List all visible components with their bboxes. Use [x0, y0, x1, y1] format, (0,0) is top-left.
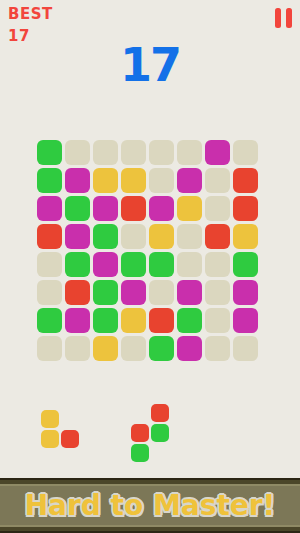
piece-2-empty-slot — [131, 404, 149, 422]
board-cell-r7c5[interactable] — [149, 308, 174, 333]
board-cell-r8c1[interactable] — [37, 336, 62, 361]
board-cell-r5c7[interactable] — [205, 252, 230, 277]
board-cell-r7c4[interactable] — [121, 308, 146, 333]
best-score-block: BEST 17 — [8, 3, 53, 47]
board-cell-r2c3[interactable] — [93, 168, 118, 193]
current-score: 17 — [0, 42, 300, 88]
board-cell-r5c2[interactable] — [65, 252, 90, 277]
board-cell-r8c8[interactable] — [233, 336, 258, 361]
board-cell-r5c4[interactable] — [121, 252, 146, 277]
board-cell-r2c4[interactable] — [121, 168, 146, 193]
board-cell-r6c6[interactable] — [177, 280, 202, 305]
board-cell-r2c1[interactable] — [37, 168, 62, 193]
board-cell-r1c8[interactable] — [233, 140, 258, 165]
board-cell-r3c8[interactable] — [233, 196, 258, 221]
pause-button[interactable] — [275, 8, 292, 28]
board-cell-r5c6[interactable] — [177, 252, 202, 277]
board-cell-r3c6[interactable] — [177, 196, 202, 221]
banner-text: Hard to Master! — [25, 489, 276, 522]
piece-1-empty-slot — [61, 410, 79, 428]
board-cell-r1c6[interactable] — [177, 140, 202, 165]
piece-2-empty-slot — [151, 444, 169, 462]
pause-icon — [286, 8, 292, 28]
board-cell-r5c5[interactable] — [149, 252, 174, 277]
piece-preview-1[interactable] — [41, 410, 79, 448]
piece-2-block[interactable] — [131, 444, 149, 462]
piece-2-block[interactable] — [151, 404, 169, 422]
board-cell-r8c3[interactable] — [93, 336, 118, 361]
piece-preview-2[interactable] — [131, 404, 169, 462]
board-cell-r3c2[interactable] — [65, 196, 90, 221]
board-cell-r6c5[interactable] — [149, 280, 174, 305]
piece-2-block[interactable] — [151, 424, 169, 442]
board-cell-r7c7[interactable] — [205, 308, 230, 333]
board-cell-r7c6[interactable] — [177, 308, 202, 333]
piece-2-block[interactable] — [131, 424, 149, 442]
board-cell-r4c7[interactable] — [205, 224, 230, 249]
board-cell-r1c2[interactable] — [65, 140, 90, 165]
board-cell-r6c8[interactable] — [233, 280, 258, 305]
board-cell-r8c2[interactable] — [65, 336, 90, 361]
board-cell-r2c8[interactable] — [233, 168, 258, 193]
piece-1-block[interactable] — [41, 410, 59, 428]
board-cell-r4c3[interactable] — [93, 224, 118, 249]
board-cell-r5c1[interactable] — [37, 252, 62, 277]
board-cell-r8c4[interactable] — [121, 336, 146, 361]
board-cell-r8c6[interactable] — [177, 336, 202, 361]
board-cell-r2c7[interactable] — [205, 168, 230, 193]
board-cell-r6c3[interactable] — [93, 280, 118, 305]
board-cell-r6c4[interactable] — [121, 280, 146, 305]
board-cell-r1c4[interactable] — [121, 140, 146, 165]
board-cell-r7c2[interactable] — [65, 308, 90, 333]
piece-1-block[interactable] — [61, 430, 79, 448]
board-cell-r3c7[interactable] — [205, 196, 230, 221]
board-cell-r1c7[interactable] — [205, 140, 230, 165]
board-cell-r7c3[interactable] — [93, 308, 118, 333]
board-cell-r3c5[interactable] — [149, 196, 174, 221]
board-cell-r1c1[interactable] — [37, 140, 62, 165]
pause-icon — [275, 8, 281, 28]
bottom-banner: Hard to Master! — [0, 478, 300, 533]
board-cell-r2c6[interactable] — [177, 168, 202, 193]
board-cell-r2c2[interactable] — [65, 168, 90, 193]
board-cell-r3c4[interactable] — [121, 196, 146, 221]
board-cell-r6c7[interactable] — [205, 280, 230, 305]
board-cell-r4c1[interactable] — [37, 224, 62, 249]
piece-1-block[interactable] — [41, 430, 59, 448]
board-cell-r4c4[interactable] — [121, 224, 146, 249]
banner-body: Hard to Master! — [0, 486, 300, 525]
board-cell-r8c5[interactable] — [149, 336, 174, 361]
board-cell-r7c8[interactable] — [233, 308, 258, 333]
board-cell-r1c3[interactable] — [93, 140, 118, 165]
board-cell-r4c6[interactable] — [177, 224, 202, 249]
board-cell-r7c1[interactable] — [37, 308, 62, 333]
board-cell-r1c5[interactable] — [149, 140, 174, 165]
board-cell-r6c1[interactable] — [37, 280, 62, 305]
game-screen: BEST 17 17 Hard to Master! — [0, 0, 300, 533]
best-label: BEST — [8, 3, 53, 25]
board-cell-r8c7[interactable] — [205, 336, 230, 361]
board-cell-r3c1[interactable] — [37, 196, 62, 221]
board-cell-r5c3[interactable] — [93, 252, 118, 277]
board-cell-r4c8[interactable] — [233, 224, 258, 249]
board-cell-r4c2[interactable] — [65, 224, 90, 249]
board-cell-r4c5[interactable] — [149, 224, 174, 249]
board-cell-r6c2[interactable] — [65, 280, 90, 305]
board[interactable] — [37, 140, 258, 361]
board-cell-r2c5[interactable] — [149, 168, 174, 193]
board-cell-r3c3[interactable] — [93, 196, 118, 221]
board-cell-r5c8[interactable] — [233, 252, 258, 277]
